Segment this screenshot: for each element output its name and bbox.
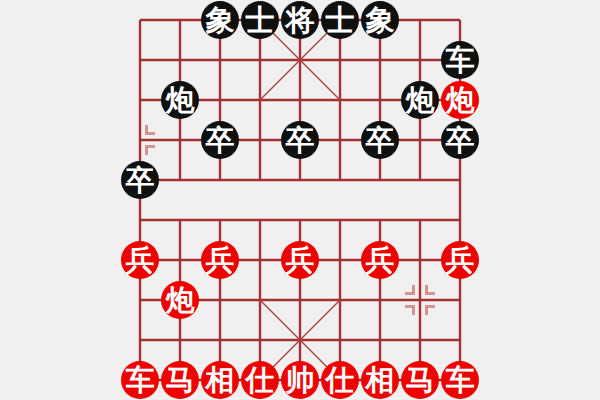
piece-red-advisor[interactable]: 仕 (241, 361, 279, 399)
piece-black-soldier[interactable]: 卒 (121, 161, 159, 199)
piece-black-cannon[interactable]: 炮 (401, 81, 439, 119)
piece-black-advisor[interactable]: 士 (321, 1, 359, 39)
piece-black-cannon[interactable]: 炮 (161, 81, 199, 119)
last-move-marker (405, 285, 435, 315)
piece-black-soldier[interactable]: 卒 (201, 121, 239, 159)
piece-red-elephant[interactable]: 相 (201, 361, 239, 399)
xiangqi-board[interactable]: 象士将士象车炮炮炮卒卒卒卒卒兵兵兵兵兵炮车马相仕帅仕相马车 (120, 0, 480, 400)
marker-corner (405, 285, 415, 295)
marker-corner (405, 305, 415, 315)
piece-black-elephant[interactable]: 象 (361, 1, 399, 39)
piece-red-cannon[interactable]: 炮 (441, 81, 479, 119)
piece-red-horse[interactable]: 马 (161, 361, 199, 399)
piece-black-soldier[interactable]: 卒 (441, 121, 479, 159)
piece-black-soldier[interactable]: 卒 (281, 121, 319, 159)
piece-red-cannon[interactable]: 炮 (161, 281, 199, 319)
piece-red-horse[interactable]: 马 (401, 361, 439, 399)
piece-red-soldier[interactable]: 兵 (441, 241, 479, 279)
piece-red-soldier[interactable]: 兵 (281, 241, 319, 279)
board-gridlines (120, 0, 480, 400)
piece-red-soldier[interactable]: 兵 (361, 241, 399, 279)
last-move-marker (125, 125, 155, 155)
marker-corner (145, 145, 155, 155)
piece-black-soldier[interactable]: 卒 (361, 121, 399, 159)
marker-corner (425, 305, 435, 315)
piece-red-elephant[interactable]: 相 (361, 361, 399, 399)
piece-red-general[interactable]: 帅 (281, 361, 319, 399)
app-background: 象士将士象车炮炮炮卒卒卒卒卒兵兵兵兵兵炮车马相仕帅仕相马车 (0, 0, 600, 400)
piece-red-chariot[interactable]: 车 (121, 361, 159, 399)
marker-corner (145, 125, 155, 135)
piece-black-general[interactable]: 将 (281, 1, 319, 39)
marker-corner (425, 285, 435, 295)
piece-red-soldier[interactable]: 兵 (201, 241, 239, 279)
piece-red-soldier[interactable]: 兵 (121, 241, 159, 279)
piece-black-advisor[interactable]: 士 (241, 1, 279, 39)
piece-red-advisor[interactable]: 仕 (321, 361, 359, 399)
piece-black-chariot[interactable]: 车 (441, 41, 479, 79)
piece-black-elephant[interactable]: 象 (201, 1, 239, 39)
piece-red-chariot[interactable]: 车 (441, 361, 479, 399)
